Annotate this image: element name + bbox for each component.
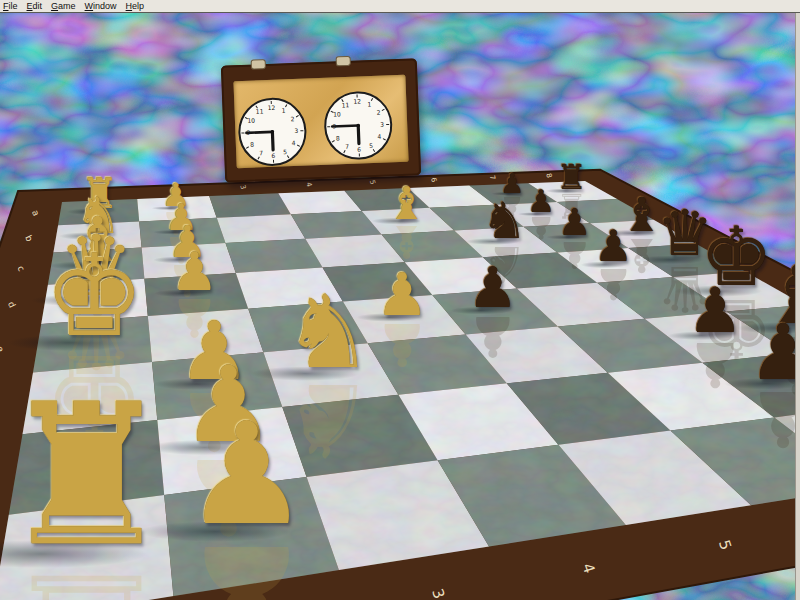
piece-black-rook-a8[interactable]: ♜♜ (556, 160, 586, 194)
clock-button-right (336, 56, 351, 67)
svg-text:11: 11 (256, 107, 264, 114)
svg-text:7: 7 (259, 149, 263, 156)
piece-white-rook-h1[interactable]: ♜♜ (0, 378, 174, 573)
piece-glyph: ♟ (558, 204, 591, 241)
piece-glyph: ♚ (44, 241, 145, 354)
piece-black-pawn-g7[interactable]: ♟♟ (749, 314, 800, 391)
piece-black-pawn-c7[interactable]: ♟♟ (558, 204, 591, 241)
window-right-border (795, 12, 800, 600)
piece-glyph: ♟ (468, 260, 518, 316)
svg-text:11: 11 (341, 101, 349, 108)
svg-text:7: 7 (345, 143, 349, 150)
piece-glyph: ♝ (387, 180, 427, 225)
piece-black-pawn-d7[interactable]: ♟♟ (594, 226, 633, 269)
svg-text:4: 4 (377, 133, 381, 140)
piece-black-knight-c6[interactable]: ♞♞ (482, 196, 527, 246)
piece-glyph: ♞ (283, 282, 374, 383)
menu-item-help[interactable]: Help (126, 1, 145, 12)
piece-glyph: ♟ (527, 186, 555, 217)
menu-item-edit[interactable]: Edit (27, 1, 43, 12)
menu-bar: File Edit Game Window Help (0, 0, 800, 13)
piece-glyph: ♟ (594, 226, 633, 269)
piece-white-king-e1[interactable]: ♚♚ (44, 241, 145, 354)
svg-text:5: 5 (283, 148, 287, 155)
svg-text:1: 1 (282, 107, 286, 114)
menu-item-game[interactable]: Game (51, 1, 76, 12)
menu-item-file[interactable]: File (3, 1, 18, 12)
piece-glyph: ♟ (171, 245, 219, 298)
piece-black-pawn-e5[interactable]: ♟♟ (468, 260, 518, 316)
svg-text:6: 6 (271, 152, 275, 159)
svg-text:2: 2 (291, 115, 295, 122)
chess-clock: 121234567891011 121234567891011 (221, 58, 421, 182)
svg-text:6: 6 (357, 145, 361, 152)
svg-text:12: 12 (353, 97, 361, 104)
svg-text:8: 8 (250, 141, 254, 148)
svg-text:2: 2 (376, 109, 380, 116)
svg-text:10: 10 (247, 117, 255, 124)
piece-white-knight-f3[interactable]: ♞♞ (283, 282, 374, 383)
piece-white-bishop-b5[interactable]: ♝♝ (387, 180, 427, 225)
piece-glyph: ♟ (688, 280, 744, 342)
svg-text:5: 5 (369, 142, 373, 149)
svg-text:1: 1 (367, 100, 371, 107)
menu-item-window[interactable]: Window (85, 1, 117, 12)
piece-glyph: ♟ (183, 404, 309, 545)
piece-glyph: ♟ (749, 314, 800, 391)
svg-text:4: 4 (292, 139, 296, 146)
piece-white-pawn-e4[interactable]: ♟♟ (376, 264, 429, 323)
svg-text:3: 3 (380, 121, 384, 128)
svg-text:10: 10 (333, 110, 341, 117)
piece-glyph: ♟ (376, 264, 429, 323)
clock-face-right: 121234567891011 (321, 88, 396, 163)
clock-face-left: 121234567891011 (235, 95, 310, 170)
clock-button-left (251, 59, 266, 70)
piece-glyph: ♜ (0, 378, 174, 573)
piece-glyph: ♜ (556, 160, 586, 194)
piece-white-pawn-h2[interactable]: ♟♟ (183, 404, 309, 545)
svg-text:12: 12 (268, 104, 276, 111)
svg-text:3: 3 (294, 127, 298, 134)
piece-black-pawn-b7[interactable]: ♟♟ (527, 186, 555, 217)
piece-glyph: ♞ (482, 196, 527, 246)
piece-black-pawn-f7[interactable]: ♟♟ (688, 280, 744, 342)
svg-text:8: 8 (336, 134, 340, 141)
piece-white-pawn-d2[interactable]: ♟♟ (171, 245, 219, 298)
